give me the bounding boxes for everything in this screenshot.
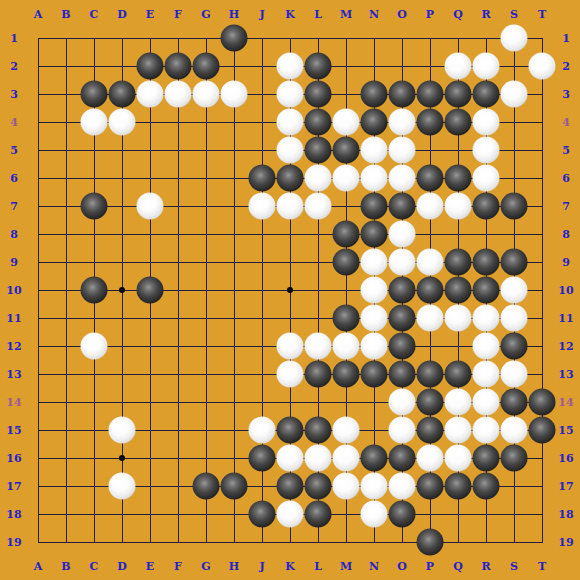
coord-label-top-M: M xyxy=(340,9,352,20)
star-point xyxy=(287,287,293,293)
stone-black xyxy=(389,81,416,108)
stone-white xyxy=(417,305,444,332)
stone-white xyxy=(277,361,304,388)
coord-label-bottom-H: H xyxy=(229,561,239,572)
stone-black xyxy=(305,81,332,108)
stone-black xyxy=(389,361,416,388)
stone-black xyxy=(193,53,220,80)
coord-label-top-S: S xyxy=(510,9,518,20)
stone-white xyxy=(361,249,388,276)
coord-label-top-Q: Q xyxy=(453,9,463,20)
stone-black xyxy=(81,277,108,304)
coord-label-bottom-C: C xyxy=(90,561,99,572)
stone-white xyxy=(333,109,360,136)
coord-label-right-15: 15 xyxy=(558,425,573,436)
stone-white xyxy=(501,277,528,304)
stone-black xyxy=(137,53,164,80)
coord-label-right-18: 18 xyxy=(558,509,573,520)
stone-white xyxy=(305,165,332,192)
stone-black xyxy=(277,165,304,192)
coord-label-top-C: C xyxy=(90,9,99,20)
stone-black xyxy=(305,361,332,388)
stone-black xyxy=(333,249,360,276)
stone-white xyxy=(277,137,304,164)
stone-white xyxy=(389,221,416,248)
coord-label-bottom-D: D xyxy=(117,561,127,572)
stone-white xyxy=(165,81,192,108)
stone-black xyxy=(501,333,528,360)
stone-white xyxy=(445,193,472,220)
stone-black xyxy=(529,389,556,416)
stone-white xyxy=(221,81,248,108)
stone-black xyxy=(417,417,444,444)
stone-white xyxy=(473,109,500,136)
v-grid-line xyxy=(542,38,543,543)
stone-black xyxy=(417,361,444,388)
coord-label-right-17: 17 xyxy=(558,481,573,492)
stone-black xyxy=(445,109,472,136)
coord-label-right-19: 19 xyxy=(558,537,573,548)
stone-white xyxy=(333,473,360,500)
stone-black xyxy=(501,193,528,220)
coord-label-bottom-L: L xyxy=(314,561,322,572)
coord-label-right-13: 13 xyxy=(558,369,573,380)
coord-label-bottom-O: O xyxy=(397,561,407,572)
stone-black xyxy=(361,445,388,472)
stone-black xyxy=(473,473,500,500)
stone-white xyxy=(277,193,304,220)
stone-black xyxy=(445,249,472,276)
stone-black xyxy=(305,109,332,136)
stone-white xyxy=(81,109,108,136)
stone-black xyxy=(221,473,248,500)
stone-white xyxy=(361,137,388,164)
stone-black xyxy=(389,501,416,528)
stone-black xyxy=(389,193,416,220)
stone-black xyxy=(417,81,444,108)
stone-black xyxy=(221,25,248,52)
stone-white xyxy=(193,81,220,108)
stone-black xyxy=(417,165,444,192)
coord-label-right-2: 2 xyxy=(562,61,570,72)
coord-label-left-1: 1 xyxy=(10,33,18,44)
stone-white xyxy=(361,277,388,304)
stone-white xyxy=(305,193,332,220)
coord-label-bottom-P: P xyxy=(426,561,434,572)
stone-white xyxy=(473,333,500,360)
stone-black xyxy=(361,193,388,220)
coord-label-left-17: 17 xyxy=(6,481,21,492)
coord-label-top-T: T xyxy=(538,9,546,20)
stone-white xyxy=(473,389,500,416)
stone-white xyxy=(361,333,388,360)
coord-label-right-12: 12 xyxy=(558,341,573,352)
coord-label-left-7: 7 xyxy=(10,201,18,212)
star-point xyxy=(119,287,125,293)
stone-white xyxy=(417,445,444,472)
coord-label-right-6: 6 xyxy=(562,173,570,184)
coord-label-left-14: 14 xyxy=(6,397,21,408)
stone-white xyxy=(389,389,416,416)
coord-label-left-5: 5 xyxy=(10,145,18,156)
stone-white xyxy=(473,361,500,388)
coord-label-right-10: 10 xyxy=(558,285,573,296)
stone-white xyxy=(389,249,416,276)
stone-white xyxy=(445,389,472,416)
coord-label-left-10: 10 xyxy=(6,285,21,296)
stone-black xyxy=(445,81,472,108)
stone-black xyxy=(473,193,500,220)
stone-white xyxy=(445,53,472,80)
stone-white xyxy=(361,473,388,500)
stone-black xyxy=(305,137,332,164)
stone-white xyxy=(305,333,332,360)
stone-white xyxy=(333,333,360,360)
stone-white xyxy=(501,417,528,444)
stone-white xyxy=(109,473,136,500)
stone-white xyxy=(249,417,276,444)
coord-label-right-1: 1 xyxy=(562,33,570,44)
stone-white xyxy=(361,501,388,528)
coord-label-left-3: 3 xyxy=(10,89,18,100)
stone-white xyxy=(137,81,164,108)
coord-label-left-19: 19 xyxy=(6,537,21,548)
coord-label-top-H: H xyxy=(229,9,239,20)
stone-black xyxy=(305,473,332,500)
stone-white xyxy=(277,53,304,80)
h-grid-line xyxy=(38,542,543,543)
stone-black xyxy=(445,277,472,304)
stone-white xyxy=(277,501,304,528)
stone-black xyxy=(501,389,528,416)
stone-black xyxy=(361,361,388,388)
coord-label-right-14: 14 xyxy=(558,397,573,408)
coord-label-top-A: A xyxy=(34,9,43,20)
star-point xyxy=(119,455,125,461)
stone-black xyxy=(333,361,360,388)
stone-white xyxy=(81,333,108,360)
stone-white xyxy=(137,193,164,220)
coord-label-right-5: 5 xyxy=(562,145,570,156)
coord-label-top-J: J xyxy=(259,9,264,20)
coord-label-bottom-B: B xyxy=(61,561,70,572)
coord-label-left-6: 6 xyxy=(10,173,18,184)
stone-white xyxy=(333,165,360,192)
stone-white xyxy=(249,193,276,220)
stone-black xyxy=(109,81,136,108)
stone-black xyxy=(473,277,500,304)
coord-label-bottom-J: J xyxy=(259,561,264,572)
coord-label-right-8: 8 xyxy=(562,229,570,240)
stone-white xyxy=(501,81,528,108)
coord-label-right-11: 11 xyxy=(558,313,573,324)
stone-black xyxy=(529,417,556,444)
stone-black xyxy=(361,109,388,136)
coord-label-bottom-E: E xyxy=(146,561,154,572)
stone-black xyxy=(417,529,444,556)
stone-black xyxy=(389,445,416,472)
coord-label-left-2: 2 xyxy=(10,61,18,72)
coord-label-left-9: 9 xyxy=(10,257,18,268)
coord-label-bottom-F: F xyxy=(174,561,182,572)
stone-black xyxy=(361,221,388,248)
stone-white xyxy=(445,445,472,472)
coord-label-left-13: 13 xyxy=(6,369,21,380)
coord-label-right-7: 7 xyxy=(562,201,570,212)
coord-label-left-16: 16 xyxy=(6,453,21,464)
stone-white xyxy=(417,249,444,276)
stone-white xyxy=(501,25,528,52)
stone-white xyxy=(389,109,416,136)
coord-label-top-E: E xyxy=(146,9,154,20)
stone-black xyxy=(445,361,472,388)
coord-label-bottom-K: K xyxy=(285,561,295,572)
stone-white xyxy=(361,305,388,332)
coord-label-bottom-N: N xyxy=(369,561,379,572)
stone-white xyxy=(277,445,304,472)
stone-white xyxy=(333,417,360,444)
stone-white xyxy=(473,137,500,164)
stone-black xyxy=(501,445,528,472)
stone-black xyxy=(389,277,416,304)
coord-label-top-R: R xyxy=(481,9,490,20)
coord-label-left-8: 8 xyxy=(10,229,18,240)
stone-black xyxy=(361,81,388,108)
coord-label-bottom-M: M xyxy=(340,561,352,572)
stone-black xyxy=(389,305,416,332)
stone-black xyxy=(137,277,164,304)
stone-white xyxy=(445,305,472,332)
coord-label-right-4: 4 xyxy=(562,117,570,128)
coord-label-right-9: 9 xyxy=(562,257,570,268)
stone-white xyxy=(109,109,136,136)
coord-label-top-P: P xyxy=(426,9,434,20)
stone-black xyxy=(417,389,444,416)
stone-black xyxy=(81,193,108,220)
stone-black xyxy=(445,165,472,192)
stone-black xyxy=(249,165,276,192)
coord-label-top-F: F xyxy=(174,9,182,20)
stone-black xyxy=(193,473,220,500)
stone-black xyxy=(473,81,500,108)
coord-label-bottom-R: R xyxy=(481,561,490,572)
stone-black xyxy=(305,417,332,444)
coord-label-right-16: 16 xyxy=(558,453,573,464)
coord-label-top-N: N xyxy=(369,9,379,20)
go-board[interactable]: AABBCCDDEEFFGGHHJJKKLLMMNNOOPPQQRRSSTT11… xyxy=(0,0,580,580)
stone-white xyxy=(529,53,556,80)
coord-label-top-D: D xyxy=(117,9,127,20)
stone-white xyxy=(501,361,528,388)
stone-white xyxy=(389,165,416,192)
stone-black xyxy=(333,137,360,164)
stone-black xyxy=(305,501,332,528)
coord-label-bottom-T: T xyxy=(538,561,546,572)
stone-white xyxy=(417,193,444,220)
coord-label-right-3: 3 xyxy=(562,89,570,100)
coord-label-bottom-A: A xyxy=(34,561,43,572)
stone-white xyxy=(389,137,416,164)
stone-black xyxy=(473,445,500,472)
stone-white xyxy=(473,165,500,192)
stone-white xyxy=(501,305,528,332)
stone-white xyxy=(473,53,500,80)
stone-black xyxy=(333,221,360,248)
stone-white xyxy=(473,417,500,444)
coord-label-top-L: L xyxy=(314,9,322,20)
coord-label-left-11: 11 xyxy=(6,313,21,324)
stone-black xyxy=(277,473,304,500)
coord-label-left-12: 12 xyxy=(6,341,21,352)
stone-black xyxy=(249,501,276,528)
stone-black xyxy=(417,277,444,304)
stone-black xyxy=(277,417,304,444)
stone-white xyxy=(305,445,332,472)
coord-label-left-18: 18 xyxy=(6,509,21,520)
stone-white xyxy=(277,109,304,136)
coord-label-bottom-S: S xyxy=(510,561,518,572)
stone-black xyxy=(305,53,332,80)
stone-white xyxy=(109,417,136,444)
stone-black xyxy=(417,473,444,500)
coord-label-bottom-Q: Q xyxy=(453,561,463,572)
stone-black xyxy=(445,473,472,500)
stone-white xyxy=(389,473,416,500)
coord-label-top-O: O xyxy=(397,9,407,20)
stone-black xyxy=(473,249,500,276)
coord-label-top-B: B xyxy=(61,9,70,20)
stone-white xyxy=(473,305,500,332)
coord-label-top-K: K xyxy=(285,9,295,20)
coord-label-left-15: 15 xyxy=(6,425,21,436)
coord-label-left-4: 4 xyxy=(10,117,18,128)
stone-white xyxy=(445,417,472,444)
stone-black xyxy=(501,249,528,276)
stone-white xyxy=(333,445,360,472)
stone-black xyxy=(417,109,444,136)
stone-black xyxy=(389,333,416,360)
stone-white xyxy=(277,81,304,108)
coord-label-top-G: G xyxy=(201,9,210,20)
stone-white xyxy=(361,165,388,192)
stone-white xyxy=(277,333,304,360)
stone-black xyxy=(333,305,360,332)
stone-black xyxy=(165,53,192,80)
stone-black xyxy=(81,81,108,108)
stone-white xyxy=(389,417,416,444)
coord-label-bottom-G: G xyxy=(201,561,210,572)
stone-black xyxy=(249,445,276,472)
